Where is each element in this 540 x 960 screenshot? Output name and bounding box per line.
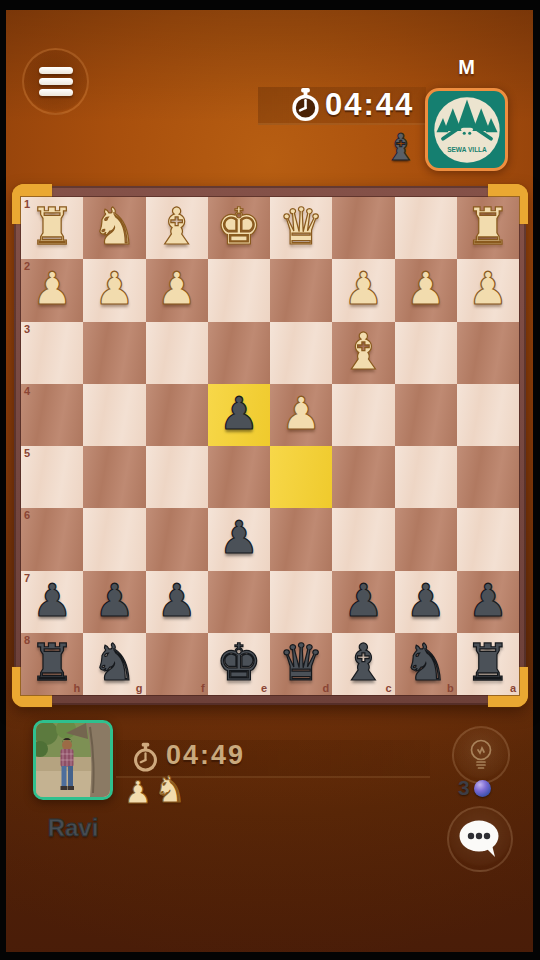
chess-board: 1♜♞♝♚♛♜2♟♟♟♟♟♟3♝4♟♟56♟7♟♟♟♟♟♟8h♜g♞fe♚d♛c… (14, 186, 526, 705)
square-e2[interactable] (208, 259, 270, 321)
player-name: Ravi (23, 814, 123, 842)
lightbulb-icon (465, 737, 497, 773)
square-e1[interactable]: ♚ (208, 197, 270, 259)
square-a6[interactable] (457, 508, 519, 570)
square-g6[interactable] (83, 508, 145, 570)
white-king: ♚ (216, 201, 262, 255)
square-e8[interactable]: e♚ (208, 633, 270, 695)
square-f3[interactable] (146, 322, 208, 384)
white-pawn: ♟ (281, 391, 321, 439)
rank-label-4: 4 (24, 386, 30, 397)
square-a8[interactable]: a♜ (457, 633, 519, 695)
rank-label-1: 1 (24, 199, 30, 210)
square-d3[interactable] (270, 322, 332, 384)
square-g8[interactable]: g♞ (83, 633, 145, 695)
black-pawn: ♟ (468, 578, 508, 626)
file-label-f: f (201, 683, 205, 694)
black-pawn: ♟ (405, 578, 445, 626)
rank-label-8: 8 (24, 635, 30, 646)
square-a7[interactable]: ♟ (457, 571, 519, 633)
black-bishop: ♝ (341, 637, 387, 691)
square-f2[interactable]: ♟ (146, 259, 208, 321)
captured-white-knight: ♞ (154, 772, 186, 808)
file-label-c: c (385, 683, 391, 694)
square-e5[interactable] (208, 446, 270, 508)
black-pawn: ♟ (94, 578, 134, 626)
square-f5[interactable] (146, 446, 208, 508)
chat-button[interactable] (447, 806, 513, 872)
black-pawn: ♟ (219, 391, 259, 439)
square-a5[interactable] (457, 446, 519, 508)
gem-icon (474, 780, 491, 797)
square-h5[interactable]: 5 (21, 446, 83, 508)
square-d4[interactable]: ♟ (270, 384, 332, 446)
square-b8[interactable]: b♞ (395, 633, 457, 695)
white-knight: ♞ (92, 201, 138, 255)
square-b3[interactable] (395, 322, 457, 384)
player-captured-tray: ♟♞ (124, 766, 186, 808)
square-h3[interactable]: 3 (21, 322, 83, 384)
white-pawn: ♟ (94, 266, 134, 314)
square-g7[interactable]: ♟ (83, 571, 145, 633)
square-g2[interactable]: ♟ (83, 259, 145, 321)
captured-white-pawn: ♟ (124, 777, 152, 808)
rank-label-2: 2 (24, 261, 30, 272)
square-c2[interactable]: ♟ (332, 259, 394, 321)
opponent-avatar[interactable]: SEWA VILLA (425, 88, 508, 171)
square-a4[interactable] (457, 384, 519, 446)
square-d5[interactable] (270, 446, 332, 508)
opponent-captured-tray: ♝ (384, 122, 417, 166)
game-screen: M 04:44 ♝ SEWA VILLA (0, 0, 540, 960)
square-h6[interactable]: 6 (21, 508, 83, 570)
square-f7[interactable]: ♟ (146, 571, 208, 633)
square-a3[interactable] (457, 322, 519, 384)
square-h7[interactable]: 7♟ (21, 571, 83, 633)
square-b6[interactable] (395, 508, 457, 570)
square-h1[interactable]: 1♜ (21, 197, 83, 259)
square-b2[interactable]: ♟ (395, 259, 457, 321)
file-label-g: g (136, 683, 143, 694)
timer-icon (290, 87, 321, 123)
white-queen: ♛ (278, 201, 324, 255)
square-c5[interactable] (332, 446, 394, 508)
white-pawn: ♟ (405, 266, 445, 314)
opponent-avatar-logo: SEWA VILLA (431, 94, 503, 166)
black-knight: ♞ (92, 637, 138, 691)
black-pawn: ♟ (343, 578, 383, 626)
white-pawn: ♟ (343, 266, 383, 314)
white-pawn: ♟ (32, 266, 72, 314)
square-c6[interactable] (332, 508, 394, 570)
square-h2[interactable]: 2♟ (21, 259, 83, 321)
opponent-avatar-caption: SEWA VILLA (447, 145, 487, 152)
square-d2[interactable] (270, 259, 332, 321)
opponent-name: M (425, 56, 508, 79)
rank-label-5: 5 (24, 448, 30, 459)
square-b4[interactable] (395, 384, 457, 446)
square-g4[interactable] (83, 384, 145, 446)
square-f1[interactable]: ♝ (146, 197, 208, 259)
file-label-d: d (323, 683, 330, 694)
board-squares: 1♜♞♝♚♛♜2♟♟♟♟♟♟3♝4♟♟56♟7♟♟♟♟♟♟8h♜g♞fe♚d♛c… (21, 197, 519, 695)
square-g3[interactable] (83, 322, 145, 384)
square-d8[interactable]: d♛ (270, 633, 332, 695)
square-d6[interactable] (270, 508, 332, 570)
white-pawn: ♟ (156, 266, 196, 314)
black-rook: ♜ (465, 637, 511, 691)
black-pawn: ♟ (219, 515, 259, 563)
white-rook: ♜ (465, 201, 511, 255)
square-c7[interactable]: ♟ (332, 571, 394, 633)
black-king: ♚ (216, 637, 262, 691)
rank-label-7: 7 (24, 573, 30, 584)
square-c4[interactable] (332, 384, 394, 446)
square-e6[interactable]: ♟ (208, 508, 270, 570)
square-c3[interactable]: ♝ (332, 322, 394, 384)
square-h4[interactable]: 4 (21, 384, 83, 446)
square-f4[interactable] (146, 384, 208, 446)
white-pawn: ♟ (468, 266, 508, 314)
white-rook: ♜ (29, 201, 75, 255)
square-d7[interactable] (270, 571, 332, 633)
square-b1[interactable] (395, 197, 457, 259)
square-e7[interactable] (208, 571, 270, 633)
rank-label-6: 6 (24, 510, 30, 521)
black-pawn: ♟ (156, 578, 196, 626)
player-photo (36, 723, 110, 797)
square-c1[interactable] (332, 197, 394, 259)
square-g5[interactable] (83, 446, 145, 508)
file-label-e: e (261, 683, 267, 694)
opponent-clock: 04:44 (325, 87, 414, 123)
file-label-a: a (510, 683, 516, 694)
square-a1[interactable]: ♜ (457, 197, 519, 259)
menu-button[interactable] (22, 48, 89, 115)
square-a2[interactable]: ♟ (457, 259, 519, 321)
square-f8[interactable]: f (146, 633, 208, 695)
black-queen: ♛ (278, 637, 324, 691)
black-pawn: ♟ (32, 578, 72, 626)
square-h8[interactable]: 8h♜ (21, 633, 83, 695)
rank-label-3: 3 (24, 324, 30, 335)
captured-black-bishop: ♝ (384, 129, 417, 166)
square-g1[interactable]: ♞ (83, 197, 145, 259)
menu-icon (39, 67, 73, 74)
square-c8[interactable]: c♝ (332, 633, 394, 695)
square-b7[interactable]: ♟ (395, 571, 457, 633)
square-e4[interactable]: ♟ (208, 384, 270, 446)
square-d1[interactable]: ♛ (270, 197, 332, 259)
white-bishop: ♝ (154, 201, 200, 255)
square-f6[interactable] (146, 508, 208, 570)
hint-count-number: 3 (458, 776, 470, 800)
hint-count: 3 (458, 776, 491, 800)
player-avatar[interactable] (33, 720, 113, 800)
file-label-b: b (447, 683, 454, 694)
white-bishop: ♝ (341, 326, 387, 380)
black-knight: ♞ (403, 637, 449, 691)
chat-icon (455, 817, 505, 861)
file-label-h: h (74, 683, 81, 694)
black-rook: ♜ (29, 637, 75, 691)
square-e3[interactable] (208, 322, 270, 384)
square-b5[interactable] (395, 446, 457, 508)
